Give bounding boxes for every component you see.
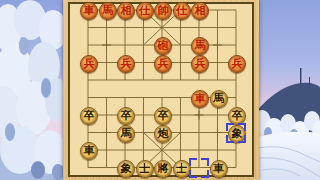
piece-black-advisor[interactable]: 士	[173, 160, 191, 178]
piece-red-horse[interactable]: 馬	[191, 37, 209, 55]
xiangqi-board[interactable]: 車馬相仕帥仕相砲馬兵兵兵兵兵車馬卒卒卒卒馬炮象車象士將士車	[63, 0, 259, 180]
piece-red-soldier[interactable]: 兵	[228, 55, 246, 73]
antenna-tower-icon	[300, 68, 301, 84]
piece-red-soldier[interactable]: 兵	[117, 55, 135, 73]
piece-black-advisor[interactable]: 士	[136, 160, 154, 178]
piece-black-soldier[interactable]: 卒	[154, 107, 172, 125]
antenna-tower-small-icon	[309, 77, 310, 85]
piece-red-advisor[interactable]: 仕	[136, 2, 154, 20]
piece-black-chariot[interactable]: 車	[80, 142, 98, 160]
piece-red-soldier[interactable]: 兵	[191, 55, 209, 73]
piece-black-elephant[interactable]: 象	[228, 125, 246, 143]
piece-red-cannon[interactable]: 砲	[154, 37, 172, 55]
piece-red-general[interactable]: 帥	[154, 2, 172, 20]
app-window: 車馬相仕帥仕相砲馬兵兵兵兵兵車馬卒卒卒卒馬炮象車象士將士車	[0, 0, 320, 180]
piece-black-soldier[interactable]: 卒	[228, 107, 246, 125]
piece-black-general[interactable]: 將	[154, 160, 172, 178]
piece-black-elephant[interactable]: 象	[117, 160, 135, 178]
last-move-from-marker	[189, 158, 209, 178]
piece-black-horse[interactable]: 馬	[117, 125, 135, 143]
piece-red-soldier[interactable]: 兵	[154, 55, 172, 73]
piece-red-soldier[interactable]: 兵	[80, 55, 98, 73]
snowy-trees-left	[0, 0, 69, 180]
piece-red-horse[interactable]: 馬	[99, 2, 117, 20]
piece-black-horse[interactable]: 馬	[210, 90, 228, 108]
piece-red-chariot[interactable]: 車	[191, 90, 209, 108]
piece-black-cannon[interactable]: 炮	[154, 125, 172, 143]
piece-red-chariot[interactable]: 車	[80, 2, 98, 20]
piece-black-chariot[interactable]: 車	[210, 160, 228, 178]
piece-red-elephant[interactable]: 相	[191, 2, 209, 20]
piece-black-soldier[interactable]: 卒	[80, 107, 98, 125]
pieces-layer: 車馬相仕帥仕相砲馬兵兵兵兵兵車馬卒卒卒卒馬炮象車象士將士車	[63, 0, 259, 180]
snow-slope	[250, 132, 320, 180]
piece-red-advisor[interactable]: 仕	[173, 2, 191, 20]
piece-red-elephant[interactable]: 相	[117, 2, 135, 20]
piece-black-soldier[interactable]: 卒	[117, 107, 135, 125]
